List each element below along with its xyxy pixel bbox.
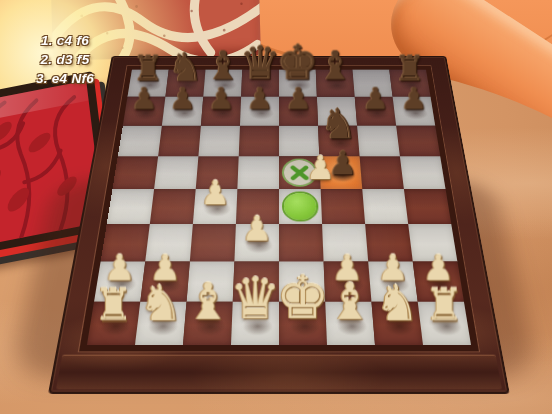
white-pawn-e4[interactable]: ♟ [306, 152, 335, 183]
black-queen-d8[interactable]: ♛ [240, 42, 281, 85]
black-bishop-f8[interactable]: ♝ [317, 47, 353, 85]
square-e1[interactable]: ♚ [279, 302, 327, 345]
square-f8[interactable]: ♝ [316, 70, 355, 97]
square-e4[interactable] [279, 189, 322, 224]
black-pawn-h7[interactable]: ♟ [400, 85, 427, 114]
square-h1[interactable]: ♜ [418, 302, 471, 345]
black-bishop-c8[interactable]: ♝ [205, 47, 241, 85]
white-king-e1[interactable]: ♚ [276, 270, 329, 327]
board-frame-front-edge [56, 355, 502, 390]
square-c7[interactable]: ♟ [201, 97, 241, 126]
square-f1[interactable]: ♝ [325, 302, 375, 345]
move-row: 3. e4 Nf6 [6, 69, 124, 88]
chess-app-screen: ♜♞♝♛♚♝♜♟♟♟♟♟♟♟♞♟♟♟♟♟♟♟♟♟♜♞♝♛♚♝♞♜ 1. c4 f… [0, 0, 552, 414]
white-knight-g1[interactable]: ♞ [375, 279, 419, 326]
square-c1[interactable]: ♝ [183, 302, 233, 345]
square-h6[interactable] [396, 126, 440, 157]
square-b6[interactable] [158, 126, 201, 157]
square-b7[interactable]: ♟ [162, 97, 203, 126]
chess-board: ♜♞♝♛♚♝♜♟♟♟♟♟♟♟♞♟♟♟♟♟♟♟♟♟♜♞♝♛♚♝♞♜ [48, 56, 510, 394]
white-rook-h1[interactable]: ♜ [425, 285, 464, 327]
square-g6[interactable] [357, 126, 400, 157]
square-a4[interactable] [107, 189, 154, 224]
black-pawn-c7[interactable]: ♟ [208, 85, 235, 114]
square-d1[interactable]: ♛ [231, 302, 279, 345]
square-d5[interactable] [237, 156, 279, 189]
square-f5[interactable]: ♟♟ [319, 156, 362, 189]
white-bishop-c1[interactable]: ♝ [185, 278, 230, 326]
black-pawn-g7[interactable]: ♟ [362, 85, 389, 114]
square-e3[interactable] [279, 224, 324, 261]
square-c4[interactable]: ♟ [193, 189, 237, 224]
move-row: 1. c4 f6 [6, 31, 124, 50]
black-knight-b8[interactable]: ♞ [168, 48, 203, 85]
square-a5[interactable] [112, 156, 158, 189]
white-pawn-c4[interactable]: ♟ [200, 177, 230, 209]
white-rook-a1[interactable]: ♜ [94, 285, 133, 327]
white-pawn-d3[interactable]: ♟ [242, 213, 273, 246]
square-g5[interactable] [360, 156, 404, 189]
move-row: 2. d3 f5 [6, 50, 124, 69]
square-g4[interactable] [362, 189, 408, 224]
square-c3[interactable] [190, 224, 236, 261]
black-pawn-a7[interactable]: ♟ [131, 85, 158, 114]
square-a1[interactable]: ♜ [87, 302, 140, 345]
square-b1[interactable]: ♞ [135, 302, 187, 345]
white-queen-d1[interactable]: ♛ [230, 272, 281, 326]
black-king-e8[interactable]: ♚ [277, 40, 319, 85]
hint-origin-disc [284, 193, 316, 219]
white-knight-b1[interactable]: ♞ [139, 279, 183, 326]
square-d7[interactable]: ♟ [240, 97, 279, 126]
square-a6[interactable] [118, 126, 162, 157]
square-h5[interactable] [400, 156, 446, 189]
square-a7[interactable]: ♟ [123, 97, 166, 126]
square-g7[interactable]: ♟ [355, 97, 396, 126]
square-b4[interactable] [150, 189, 196, 224]
square-c6[interactable] [198, 126, 240, 157]
black-pawn-e7[interactable]: ♟ [285, 85, 312, 114]
black-pawn-d7[interactable]: ♟ [246, 85, 273, 114]
black-pawn-b7[interactable]: ♟ [169, 85, 196, 114]
black-knight-f6[interactable]: ♞ [320, 104, 357, 144]
square-d6[interactable] [239, 126, 279, 157]
move-history: 1. c4 f6 2. d3 f5 3. e4 Nf6 [6, 31, 124, 88]
board-grid: ♜♞♝♛♚♝♜♟♟♟♟♟♟♟♞♟♟♟♟♟♟♟♟♟♜♞♝♛♚♝♞♜ [87, 70, 471, 345]
square-b5[interactable] [154, 156, 198, 189]
square-d3[interactable]: ♟ [234, 224, 279, 261]
square-h7[interactable]: ♟ [393, 97, 436, 126]
square-f4[interactable] [321, 189, 365, 224]
square-g1[interactable]: ♞ [371, 302, 423, 345]
square-h4[interactable] [404, 189, 451, 224]
white-bishop-f1[interactable]: ♝ [327, 278, 372, 326]
square-e7[interactable]: ♟ [279, 97, 318, 126]
